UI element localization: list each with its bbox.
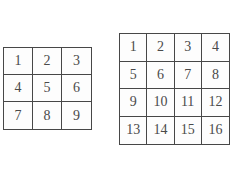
grid-4x4-cell-r2c4: 8	[202, 62, 229, 90]
grid-4x4-cell-r4c4: 16	[202, 117, 229, 145]
grid-4x4-cell-r1c1: 1	[120, 34, 147, 62]
grid-3x3: 123456789	[3, 47, 92, 130]
grid-3x3-cell-r2c1: 4	[4, 75, 33, 102]
grid-4x4-cell-r3c3: 11	[175, 89, 202, 117]
grid-4x4-cell-r2c1: 5	[120, 62, 147, 90]
grid-3x3-cell-r3c2: 8	[33, 102, 62, 129]
grid-3x3-cell-r3c1: 7	[4, 102, 33, 129]
grid-3x3-cell-r3c3: 9	[62, 102, 91, 129]
grid-4x4-cell-r3c1: 9	[120, 89, 147, 117]
grid-4x4-cell-r2c2: 6	[147, 62, 174, 90]
grid-3x3-cell-r1c3: 3	[62, 48, 91, 75]
diagram-canvas: 123456789 12345678910111213141516	[0, 0, 240, 171]
grid-4x4: 12345678910111213141516	[119, 33, 230, 145]
grid-4x4-cell-r4c2: 14	[147, 117, 174, 145]
grid-4x4-cell-r3c2: 10	[147, 89, 174, 117]
grid-4x4-cell-r1c3: 3	[175, 34, 202, 62]
grid-3x3-cell-r2c3: 6	[62, 75, 91, 102]
grid-4x4-cell-r1c2: 2	[147, 34, 174, 62]
grid-3x3-cell-r1c2: 2	[33, 48, 62, 75]
grid-4x4-cell-r4c3: 15	[175, 117, 202, 145]
grid-3x3-cell-r1c1: 1	[4, 48, 33, 75]
grid-4x4-cell-r2c3: 7	[175, 62, 202, 90]
grid-3x3-cell-r2c2: 5	[33, 75, 62, 102]
grid-4x4-cell-r4c1: 13	[120, 117, 147, 145]
grid-4x4-cell-r3c4: 12	[202, 89, 229, 117]
grid-4x4-cell-r1c4: 4	[202, 34, 229, 62]
